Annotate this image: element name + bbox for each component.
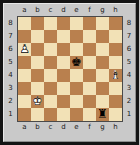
square-f5[interactable] bbox=[83, 56, 96, 69]
rank-label-4: 4 bbox=[127, 72, 131, 79]
square-f7[interactable] bbox=[83, 30, 96, 43]
file-label-d: d bbox=[61, 124, 65, 131]
file-label-h: h bbox=[113, 124, 117, 131]
square-g8[interactable] bbox=[96, 17, 109, 30]
square-e3[interactable] bbox=[70, 82, 83, 95]
file-label-c: c bbox=[49, 124, 53, 131]
square-g4[interactable] bbox=[96, 69, 109, 82]
square-a4[interactable] bbox=[18, 69, 31, 82]
square-e4[interactable] bbox=[70, 69, 83, 82]
rank-label-2: 2 bbox=[127, 98, 131, 105]
square-c3[interactable] bbox=[44, 82, 57, 95]
file-label-g: g bbox=[100, 124, 104, 131]
square-g6[interactable] bbox=[96, 43, 109, 56]
rank-labels-left: 87654321 bbox=[4, 16, 17, 122]
rank-label-5: 5 bbox=[8, 59, 12, 66]
square-f4[interactable] bbox=[83, 69, 96, 82]
rank-label-1: 1 bbox=[8, 111, 12, 118]
rank-label-6: 6 bbox=[127, 46, 131, 53]
rank-label-7: 7 bbox=[8, 33, 12, 40]
square-a2[interactable] bbox=[18, 95, 31, 108]
rank-label-2: 2 bbox=[8, 98, 12, 105]
file-labels-top: abcdefgh bbox=[18, 4, 135, 16]
square-e7[interactable] bbox=[70, 30, 83, 43]
square-b4[interactable] bbox=[31, 69, 44, 82]
square-c1[interactable] bbox=[44, 108, 57, 121]
file-label-a: a bbox=[22, 124, 26, 131]
square-h1[interactable] bbox=[109, 108, 122, 121]
rank-label-1: 1 bbox=[127, 111, 131, 118]
square-f6[interactable] bbox=[83, 43, 96, 56]
file-label-f: f bbox=[88, 7, 90, 14]
square-h3[interactable] bbox=[109, 82, 122, 95]
square-e5[interactable]: ♚ bbox=[70, 56, 83, 69]
chess-window: abcdefgh 87654321 ♟♙♚♝♗♚♔♜ 87654321 abcd… bbox=[0, 0, 140, 145]
rank-label-8: 8 bbox=[127, 20, 131, 27]
square-c8[interactable] bbox=[44, 17, 57, 30]
square-e1[interactable] bbox=[70, 108, 83, 121]
piece-white-king[interactable]: ♚♔ bbox=[31, 95, 44, 108]
square-g7[interactable] bbox=[96, 30, 109, 43]
square-a1[interactable] bbox=[18, 108, 31, 121]
rank-label-8: 8 bbox=[8, 20, 12, 27]
square-b6[interactable] bbox=[31, 43, 44, 56]
square-c7[interactable] bbox=[44, 30, 57, 43]
chess-board[interactable]: ♟♙♚♝♗♚♔♜ bbox=[17, 16, 123, 122]
square-g3[interactable] bbox=[96, 82, 109, 95]
square-d1[interactable] bbox=[57, 108, 70, 121]
file-label-b: b bbox=[35, 7, 39, 14]
square-h7[interactable] bbox=[109, 30, 122, 43]
square-c6[interactable] bbox=[44, 43, 57, 56]
piece-outline-layer: ♙ bbox=[19, 43, 30, 56]
piece-black-king[interactable]: ♚ bbox=[70, 56, 83, 69]
square-b8[interactable] bbox=[31, 17, 44, 30]
square-d7[interactable] bbox=[57, 30, 70, 43]
file-labels-bottom: abcdefgh bbox=[18, 122, 135, 136]
rank-label-6: 6 bbox=[8, 46, 12, 53]
square-h2[interactable] bbox=[109, 95, 122, 108]
square-b5[interactable] bbox=[31, 56, 44, 69]
file-label-a: a bbox=[22, 7, 26, 14]
board-middle: 87654321 ♟♙♚♝♗♚♔♜ 87654321 bbox=[4, 16, 135, 122]
square-f1[interactable] bbox=[83, 108, 96, 121]
rank-label-3: 3 bbox=[8, 85, 12, 92]
file-label-c: c bbox=[49, 7, 53, 14]
piece-glyph: ♜ bbox=[97, 108, 108, 121]
file-label-d: d bbox=[61, 7, 65, 14]
square-h4[interactable]: ♝♗ bbox=[109, 69, 122, 82]
square-g5[interactable] bbox=[96, 56, 109, 69]
piece-outline-layer: ♔ bbox=[32, 95, 43, 108]
square-h6[interactable] bbox=[109, 43, 122, 56]
piece-white-pawn[interactable]: ♟♙ bbox=[18, 43, 31, 56]
square-e8[interactable] bbox=[70, 17, 83, 30]
square-f3[interactable] bbox=[83, 82, 96, 95]
square-e2[interactable] bbox=[70, 95, 83, 108]
square-b1[interactable] bbox=[31, 108, 44, 121]
file-label-g: g bbox=[100, 7, 104, 14]
square-a3[interactable] bbox=[18, 82, 31, 95]
file-label-f: f bbox=[88, 124, 90, 131]
square-d2[interactable] bbox=[57, 95, 70, 108]
square-d4[interactable] bbox=[57, 69, 70, 82]
square-a5[interactable] bbox=[18, 56, 31, 69]
square-c2[interactable] bbox=[44, 95, 57, 108]
rank-label-3: 3 bbox=[127, 85, 131, 92]
piece-outline-layer: ♗ bbox=[110, 69, 121, 82]
square-g1[interactable]: ♜ bbox=[96, 108, 109, 121]
square-f2[interactable] bbox=[83, 95, 96, 108]
square-d8[interactable] bbox=[57, 17, 70, 30]
square-a6[interactable]: ♟♙ bbox=[18, 43, 31, 56]
square-d5[interactable] bbox=[57, 56, 70, 69]
square-a8[interactable] bbox=[18, 17, 31, 30]
square-d3[interactable] bbox=[57, 82, 70, 95]
piece-glyph: ♚ bbox=[71, 56, 82, 69]
square-h8[interactable] bbox=[109, 17, 122, 30]
square-c5[interactable] bbox=[44, 56, 57, 69]
rank-label-5: 5 bbox=[127, 59, 131, 66]
file-label-b: b bbox=[35, 124, 39, 131]
rank-label-7: 7 bbox=[127, 33, 131, 40]
rank-label-4: 4 bbox=[8, 72, 12, 79]
board-frame: abcdefgh 87654321 ♟♙♚♝♗♚♔♜ 87654321 abcd… bbox=[3, 3, 136, 142]
square-d6[interactable] bbox=[57, 43, 70, 56]
file-label-e: e bbox=[74, 7, 78, 14]
file-label-h: h bbox=[113, 7, 117, 14]
piece-black-rook[interactable]: ♜ bbox=[96, 108, 109, 121]
square-f8[interactable] bbox=[83, 17, 96, 30]
square-b2[interactable]: ♚♔ bbox=[31, 95, 44, 108]
square-b7[interactable] bbox=[31, 30, 44, 43]
square-c4[interactable] bbox=[44, 69, 57, 82]
file-label-e: e bbox=[74, 124, 78, 131]
rank-labels-right: 87654321 bbox=[123, 16, 135, 122]
piece-white-bishop[interactable]: ♝♗ bbox=[109, 69, 122, 82]
